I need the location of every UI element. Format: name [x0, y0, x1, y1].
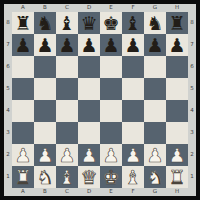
square-g3[interactable] — [144, 122, 166, 144]
square-d6[interactable] — [78, 56, 100, 78]
square-c1[interactable]: ♝ — [56, 166, 78, 188]
square-e3[interactable] — [100, 122, 122, 144]
piece-white-pawn[interactable]: ♟ — [36, 144, 53, 166]
square-g5[interactable] — [144, 78, 166, 100]
square-h6[interactable] — [166, 56, 188, 78]
square-g4[interactable] — [144, 100, 166, 122]
file-label-b-bottom: B — [34, 188, 56, 196]
square-h2[interactable]: ♟ — [166, 144, 188, 166]
square-a5[interactable] — [12, 78, 34, 100]
piece-white-knight[interactable]: ♞ — [36, 166, 53, 188]
square-g1[interactable]: ♞ — [144, 166, 166, 188]
square-b3[interactable] — [34, 122, 56, 144]
piece-black-bishop[interactable]: ♝ — [124, 12, 141, 34]
square-b2[interactable]: ♟ — [34, 144, 56, 166]
piece-white-pawn[interactable]: ♟ — [14, 144, 31, 166]
rank-label-8-left: 8 — [4, 12, 12, 34]
piece-white-bishop[interactable]: ♝ — [124, 166, 141, 188]
piece-black-bishop[interactable]: ♝ — [58, 12, 75, 34]
square-e2[interactable]: ♟ — [100, 144, 122, 166]
file-label-f-top: F — [122, 4, 144, 12]
file-label-h-bottom: H — [166, 188, 188, 196]
file-label-e-bottom: E — [100, 188, 122, 196]
piece-black-pawn[interactable]: ♟ — [168, 34, 185, 56]
margin-corner — [188, 4, 196, 12]
rank-label-5-right: 5 — [188, 78, 196, 100]
file-label-b-top: B — [34, 4, 56, 12]
square-c3[interactable] — [56, 122, 78, 144]
piece-white-pawn[interactable]: ♟ — [146, 144, 163, 166]
rank-label-1-right: 1 — [188, 166, 196, 188]
square-h1[interactable]: ♜ — [166, 166, 188, 188]
square-a8[interactable]: ♜ — [12, 12, 34, 34]
piece-black-rook[interactable]: ♜ — [168, 12, 185, 34]
square-a6[interactable] — [12, 56, 34, 78]
margin-corner — [188, 188, 196, 196]
rank-label-2-right: 2 — [188, 144, 196, 166]
square-g6[interactable] — [144, 56, 166, 78]
square-a1[interactable]: ♜ — [12, 166, 34, 188]
square-h5[interactable] — [166, 78, 188, 100]
piece-black-pawn[interactable]: ♟ — [124, 34, 141, 56]
file-label-g-bottom: G — [144, 188, 166, 196]
square-h4[interactable] — [166, 100, 188, 122]
file-label-h-top: H — [166, 4, 188, 12]
square-e7[interactable]: ♟ — [100, 34, 122, 56]
piece-black-rook[interactable]: ♜ — [14, 12, 31, 34]
square-b1[interactable]: ♞ — [34, 166, 56, 188]
square-b6[interactable] — [34, 56, 56, 78]
square-c2[interactable]: ♟ — [56, 144, 78, 166]
piece-black-pawn[interactable]: ♟ — [14, 34, 31, 56]
square-h7[interactable]: ♟ — [166, 34, 188, 56]
board-frame: ABCDEFGH8♜♞♝♛♚♝♞♜87♟♟♟♟♟♟♟♟7665544332♟♟♟… — [0, 0, 200, 200]
file-label-d-top: D — [78, 4, 100, 12]
rank-label-5-left: 5 — [4, 78, 12, 100]
piece-black-pawn[interactable]: ♟ — [58, 34, 75, 56]
piece-white-queen[interactable]: ♛ — [80, 166, 97, 188]
square-d2[interactable]: ♟ — [78, 144, 100, 166]
margin-corner — [4, 188, 12, 196]
square-c7[interactable]: ♟ — [56, 34, 78, 56]
square-d1[interactable]: ♛ — [78, 166, 100, 188]
square-f4[interactable] — [122, 100, 144, 122]
square-d3[interactable] — [78, 122, 100, 144]
square-h8[interactable]: ♜ — [166, 12, 188, 34]
rank-label-6-left: 6 — [4, 56, 12, 78]
piece-white-knight[interactable]: ♞ — [146, 166, 163, 188]
square-d4[interactable] — [78, 100, 100, 122]
rank-label-4-right: 4 — [188, 100, 196, 122]
piece-white-bishop[interactable]: ♝ — [58, 166, 75, 188]
square-f5[interactable] — [122, 78, 144, 100]
file-label-c-top: C — [56, 4, 78, 12]
piece-white-pawn[interactable]: ♟ — [102, 144, 119, 166]
square-d7[interactable]: ♟ — [78, 34, 100, 56]
square-b5[interactable] — [34, 78, 56, 100]
square-a3[interactable] — [12, 122, 34, 144]
square-f2[interactable]: ♟ — [122, 144, 144, 166]
square-c4[interactable] — [56, 100, 78, 122]
square-f6[interactable] — [122, 56, 144, 78]
square-a4[interactable] — [12, 100, 34, 122]
square-e6[interactable] — [100, 56, 122, 78]
piece-white-king[interactable]: ♚ — [102, 166, 119, 188]
piece-black-pawn[interactable]: ♟ — [102, 34, 119, 56]
square-d5[interactable] — [78, 78, 100, 100]
piece-black-pawn[interactable]: ♟ — [80, 34, 97, 56]
rank-label-8-right: 8 — [188, 12, 196, 34]
margin-corner — [4, 4, 12, 12]
piece-white-rook[interactable]: ♜ — [14, 166, 31, 188]
square-g7[interactable]: ♟ — [144, 34, 166, 56]
square-e5[interactable] — [100, 78, 122, 100]
square-c6[interactable] — [56, 56, 78, 78]
piece-black-king[interactable]: ♚ — [102, 12, 119, 34]
square-b7[interactable]: ♟ — [34, 34, 56, 56]
square-g2[interactable]: ♟ — [144, 144, 166, 166]
file-label-g-top: G — [144, 4, 166, 12]
square-e1[interactable]: ♚ — [100, 166, 122, 188]
piece-black-knight[interactable]: ♞ — [146, 12, 163, 34]
file-label-c-bottom: C — [56, 188, 78, 196]
file-label-f-bottom: F — [122, 188, 144, 196]
square-f7[interactable]: ♟ — [122, 34, 144, 56]
square-h3[interactable] — [166, 122, 188, 144]
square-e8[interactable]: ♚ — [100, 12, 122, 34]
rank-label-2-left: 2 — [4, 144, 12, 166]
piece-black-pawn[interactable]: ♟ — [36, 34, 53, 56]
rank-label-4-left: 4 — [4, 100, 12, 122]
piece-white-pawn[interactable]: ♟ — [168, 144, 185, 166]
rank-label-3-left: 3 — [4, 122, 12, 144]
piece-black-pawn[interactable]: ♟ — [146, 34, 163, 56]
piece-white-pawn[interactable]: ♟ — [124, 144, 141, 166]
square-f3[interactable] — [122, 122, 144, 144]
square-c8[interactable]: ♝ — [56, 12, 78, 34]
square-a7[interactable]: ♟ — [12, 34, 34, 56]
rank-label-7-right: 7 — [188, 34, 196, 56]
piece-white-pawn[interactable]: ♟ — [80, 144, 97, 166]
piece-black-queen[interactable]: ♛ — [80, 12, 97, 34]
square-e4[interactable] — [100, 100, 122, 122]
file-label-a-bottom: A — [12, 188, 34, 196]
square-c5[interactable] — [56, 78, 78, 100]
square-d8[interactable]: ♛ — [78, 12, 100, 34]
square-f8[interactable]: ♝ — [122, 12, 144, 34]
square-f1[interactable]: ♝ — [122, 166, 144, 188]
rank-label-3-right: 3 — [188, 122, 196, 144]
file-label-e-top: E — [100, 4, 122, 12]
square-g8[interactable]: ♞ — [144, 12, 166, 34]
piece-white-rook[interactable]: ♜ — [168, 166, 185, 188]
piece-white-pawn[interactable]: ♟ — [58, 144, 75, 166]
square-b8[interactable]: ♞ — [34, 12, 56, 34]
rank-label-1-left: 1 — [4, 166, 12, 188]
rank-label-6-right: 6 — [188, 56, 196, 78]
square-a2[interactable]: ♟ — [12, 144, 34, 166]
chess-board: ABCDEFGH8♜♞♝♛♚♝♞♜87♟♟♟♟♟♟♟♟7665544332♟♟♟… — [4, 4, 196, 196]
square-b4[interactable] — [34, 100, 56, 122]
rank-label-7-left: 7 — [4, 34, 12, 56]
piece-black-knight[interactable]: ♞ — [36, 12, 53, 34]
file-label-d-bottom: D — [78, 188, 100, 196]
file-label-a-top: A — [12, 4, 34, 12]
